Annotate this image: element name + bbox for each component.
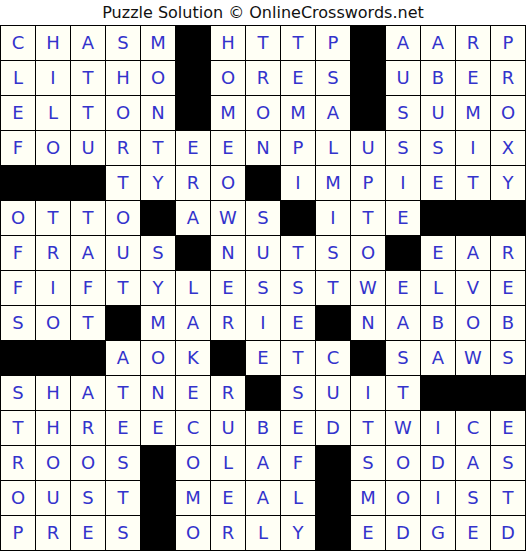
letter-cell: U [246, 236, 280, 270]
black-cell [351, 341, 385, 375]
letter-cell: E [281, 411, 315, 445]
letter-cell: R [1, 446, 35, 480]
letter-cell: O [141, 341, 175, 375]
letter-cell: D [316, 411, 350, 445]
letter-cell: W [386, 411, 420, 445]
letter-cell: N [211, 236, 245, 270]
letter-cell: C [316, 341, 350, 375]
letter-cell: U [106, 236, 140, 270]
black-cell [491, 201, 525, 235]
letter-cell: O [491, 96, 525, 130]
letter-cell: M [316, 166, 350, 200]
letter-cell: S [246, 201, 280, 235]
black-cell [141, 516, 175, 550]
letter-cell: R [176, 166, 210, 200]
letter-cell: T [491, 481, 525, 515]
letter-cell: S [491, 341, 525, 375]
letter-cell: T [106, 166, 140, 200]
letter-cell: F [1, 236, 35, 270]
letter-cell: P [281, 131, 315, 165]
letter-cell: O [246, 96, 280, 130]
letter-cell: H [36, 376, 70, 410]
letter-cell: T [106, 376, 140, 410]
letter-cell: M [141, 306, 175, 340]
letter-cell: B [421, 61, 455, 95]
letter-cell: A [176, 306, 210, 340]
letter-cell: R [491, 61, 525, 95]
black-cell [176, 61, 210, 95]
letter-cell: O [141, 61, 175, 95]
letter-cell: S [106, 516, 140, 550]
letter-cell: D [421, 446, 455, 480]
letter-cell: O [1, 201, 35, 235]
letter-cell: T [281, 26, 315, 60]
black-cell [1, 341, 35, 375]
black-cell [141, 481, 175, 515]
letter-cell: R [211, 376, 245, 410]
letter-cell: F [1, 131, 35, 165]
letter-cell: O [211, 166, 245, 200]
letter-cell: O [176, 516, 210, 550]
letter-cell: L [176, 271, 210, 305]
letter-cell: O [176, 446, 210, 480]
letter-cell: C [456, 411, 490, 445]
letter-cell: I [456, 131, 490, 165]
black-cell [71, 341, 105, 375]
letter-cell: F [281, 446, 315, 480]
letter-cell: U [71, 131, 105, 165]
black-cell [491, 376, 525, 410]
letter-cell: A [71, 26, 105, 60]
letter-cell: E [106, 411, 140, 445]
letter-cell: E [491, 411, 525, 445]
letter-cell: E [281, 61, 315, 95]
letter-cell: T [386, 376, 420, 410]
letter-cell: W [211, 201, 245, 235]
letter-cell: Y [141, 166, 175, 200]
letter-cell: I [351, 376, 385, 410]
black-cell [316, 306, 350, 340]
letter-cell: O [456, 306, 490, 340]
black-cell [211, 341, 245, 375]
letter-cell: S [421, 131, 455, 165]
letter-cell: A [456, 236, 490, 270]
letter-cell: I [316, 201, 350, 235]
black-cell [281, 201, 315, 235]
black-cell [71, 166, 105, 200]
letter-cell: S [351, 446, 385, 480]
black-cell [36, 166, 70, 200]
letter-cell: O [106, 96, 140, 130]
page-title: Puzzle Solution © OnlineCrosswords.net [0, 0, 526, 25]
letter-cell: H [36, 411, 70, 445]
letter-cell: E [71, 516, 105, 550]
letter-cell: R [456, 26, 490, 60]
letter-cell: E [211, 481, 245, 515]
letter-cell: I [246, 306, 280, 340]
letter-cell: T [71, 96, 105, 130]
letter-cell: E [456, 516, 490, 550]
black-cell [421, 201, 455, 235]
letter-cell: O [351, 236, 385, 270]
letter-cell: R [36, 236, 70, 270]
letter-cell: S [456, 481, 490, 515]
black-cell [351, 96, 385, 130]
letter-cell: E [421, 236, 455, 270]
letter-cell: T [351, 201, 385, 235]
letter-cell: U [386, 61, 420, 95]
letter-cell: X [491, 131, 525, 165]
letter-cell: E [246, 341, 280, 375]
letter-cell: A [386, 26, 420, 60]
letter-cell: S [491, 446, 525, 480]
letter-cell: B [246, 411, 280, 445]
letter-cell: T [351, 411, 385, 445]
letter-cell: T [71, 306, 105, 340]
black-cell [176, 236, 210, 270]
letter-cell: A [71, 376, 105, 410]
letter-cell: S [106, 26, 140, 60]
letter-cell: M [351, 481, 385, 515]
letter-cell: N [141, 376, 175, 410]
letter-cell: L [421, 271, 455, 305]
letter-cell: T [71, 201, 105, 235]
letter-cell: R [246, 61, 280, 95]
letter-cell: T [246, 26, 280, 60]
letter-cell: B [491, 306, 525, 340]
letter-cell: T [281, 341, 315, 375]
black-cell [246, 376, 280, 410]
letter-cell: E [281, 306, 315, 340]
letter-cell: L [1, 61, 35, 95]
letter-cell: T [36, 201, 70, 235]
letter-cell: O [36, 306, 70, 340]
letter-cell: R [36, 516, 70, 550]
letter-cell: T [141, 131, 175, 165]
black-cell [386, 236, 420, 270]
letter-cell: A [246, 481, 280, 515]
letter-cell: M [141, 26, 175, 60]
letter-cell: E [211, 131, 245, 165]
letter-cell: R [491, 236, 525, 270]
letter-cell: A [246, 446, 280, 480]
letter-cell: U [351, 131, 385, 165]
letter-cell: Y [491, 166, 525, 200]
letter-cell: N [351, 306, 385, 340]
letter-cell: I [421, 411, 455, 445]
letter-cell: A [456, 446, 490, 480]
letter-cell: A [386, 306, 420, 340]
letter-cell: P [1, 516, 35, 550]
letter-cell: I [386, 166, 420, 200]
letter-cell: S [71, 481, 105, 515]
letter-cell: W [456, 341, 490, 375]
letter-cell: C [176, 411, 210, 445]
letter-cell: S [316, 236, 350, 270]
letter-cell: P [491, 26, 525, 60]
letter-cell: T [316, 271, 350, 305]
letter-cell: H [211, 26, 245, 60]
letter-cell: E [351, 516, 385, 550]
letter-cell: E [211, 271, 245, 305]
letter-cell: E [386, 271, 420, 305]
letter-cell: T [281, 236, 315, 270]
letter-cell: A [316, 96, 350, 130]
letter-cell: G [421, 516, 455, 550]
letter-cell: N [246, 131, 280, 165]
letter-cell: S [1, 306, 35, 340]
letter-cell: S [386, 96, 420, 130]
black-cell [316, 516, 350, 550]
letter-cell: H [106, 61, 140, 95]
letter-cell: O [211, 61, 245, 95]
letter-cell: S [386, 341, 420, 375]
black-cell [316, 481, 350, 515]
letter-cell: R [71, 411, 105, 445]
letter-cell: S [246, 271, 280, 305]
letter-cell: S [1, 376, 35, 410]
black-cell [36, 341, 70, 375]
letter-cell: T [456, 166, 490, 200]
letter-cell: R [106, 131, 140, 165]
letter-cell: K [176, 341, 210, 375]
letter-cell: M [281, 96, 315, 130]
letter-cell: H [36, 26, 70, 60]
letter-cell: E [176, 131, 210, 165]
letter-cell: A [421, 341, 455, 375]
letter-cell: E [386, 201, 420, 235]
letter-cell: O [36, 131, 70, 165]
letter-cell: M [456, 96, 490, 130]
black-cell [106, 306, 140, 340]
black-cell [1, 166, 35, 200]
letter-cell: I [421, 481, 455, 515]
letter-cell: L [211, 446, 245, 480]
letter-cell: E [176, 376, 210, 410]
letter-cell: N [141, 96, 175, 130]
letter-cell: O [106, 201, 140, 235]
letter-cell: M [211, 96, 245, 130]
black-cell [176, 96, 210, 130]
black-cell [456, 376, 490, 410]
letter-cell: I [36, 271, 70, 305]
letter-cell: P [316, 26, 350, 60]
letter-cell: A [176, 201, 210, 235]
letter-cell: C [1, 26, 35, 60]
letter-cell: E [421, 166, 455, 200]
letter-cell: P [351, 166, 385, 200]
letter-cell: L [316, 131, 350, 165]
letter-cell: A [421, 26, 455, 60]
black-cell [316, 446, 350, 480]
letter-cell: F [1, 271, 35, 305]
letter-cell: S [281, 376, 315, 410]
letter-cell: L [246, 516, 280, 550]
letter-cell: O [386, 481, 420, 515]
letter-cell: S [386, 131, 420, 165]
black-cell [176, 26, 210, 60]
crossword-grid: CHASMHTTPAARPLITHOORESUBERELTONMOMASUMOF… [0, 25, 526, 551]
letter-cell: O [36, 446, 70, 480]
letter-cell: B [421, 306, 455, 340]
black-cell [141, 446, 175, 480]
letter-cell: E [491, 271, 525, 305]
black-cell [421, 376, 455, 410]
letter-cell: U [421, 96, 455, 130]
letter-cell: E [141, 411, 175, 445]
letter-cell: E [1, 96, 35, 130]
black-cell [246, 166, 280, 200]
letter-cell: U [316, 376, 350, 410]
letter-cell: I [281, 166, 315, 200]
letter-cell: T [106, 481, 140, 515]
letter-cell: U [36, 481, 70, 515]
black-cell [456, 201, 490, 235]
black-cell [351, 61, 385, 95]
letter-cell: T [106, 271, 140, 305]
letter-cell: A [71, 236, 105, 270]
letter-cell: A [106, 341, 140, 375]
letter-cell: U [211, 411, 245, 445]
letter-cell: S [141, 236, 175, 270]
letter-cell: V [456, 271, 490, 305]
letter-cell: S [281, 271, 315, 305]
letter-cell: D [386, 516, 420, 550]
letter-cell: E [456, 61, 490, 95]
letter-cell: D [491, 516, 525, 550]
letter-cell: O [386, 446, 420, 480]
letter-cell: I [36, 61, 70, 95]
letter-cell: S [316, 61, 350, 95]
letter-cell: T [71, 61, 105, 95]
letter-cell: L [281, 481, 315, 515]
black-cell [351, 26, 385, 60]
letter-cell: M [176, 481, 210, 515]
letter-cell: L [36, 96, 70, 130]
letter-cell: O [71, 446, 105, 480]
letter-cell: F [71, 271, 105, 305]
letter-cell: O [1, 481, 35, 515]
letter-cell: R [211, 306, 245, 340]
letter-cell: Y [281, 516, 315, 550]
letter-cell: T [1, 411, 35, 445]
letter-cell: R [211, 516, 245, 550]
letter-cell: S [106, 446, 140, 480]
letter-cell: Y [141, 271, 175, 305]
letter-cell: W [351, 271, 385, 305]
black-cell [141, 201, 175, 235]
